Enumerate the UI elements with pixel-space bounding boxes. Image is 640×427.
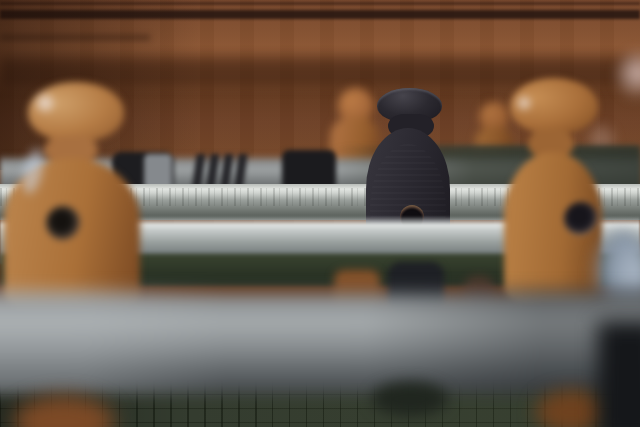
- dark-corner-mass-right: [598, 322, 640, 427]
- foreground-rod-blur: [0, 286, 640, 394]
- foreground-rod-shading: [0, 286, 640, 394]
- foosman-wood-left: [0, 76, 150, 312]
- field-shadow-under-black-foosman: [372, 382, 448, 416]
- foosman-head-highlight: [514, 92, 534, 114]
- foosman-head-highlight: [33, 90, 57, 116]
- foosman-screw: [564, 202, 598, 236]
- foosman-screw: [46, 206, 80, 240]
- foosball-photo: [0, 0, 640, 427]
